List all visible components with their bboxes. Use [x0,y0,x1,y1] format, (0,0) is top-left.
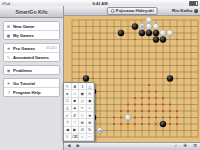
sidebar-item-label: Pro Games [13,46,44,51]
black-stone-15-10 [167,75,173,81]
sidebar-item-my-games[interactable]: ▣My Games [4,30,59,39]
black-stone-8-3 [118,30,124,36]
game-title-button[interactable]: Fujisawa Hideyuki [107,7,158,15]
markup-tool-3[interactable]: △ [87,83,95,90]
problems-icon: ◉ [6,68,11,73]
markup-tool-18[interactable]: ☆ [79,112,87,119]
markup-tool-16[interactable]: ✓ [64,112,72,119]
go-tutorial-icon: ✦ [6,81,11,86]
markup-tool-21[interactable]: ! [72,119,80,126]
markup-tool-4[interactable]: ● [64,90,72,97]
black-stone-12-3 [146,30,152,36]
markup-tool-14[interactable]: × [79,105,87,112]
black-player: Rin Kaiho [172,8,198,13]
my-games-icon: ▣ [6,33,11,38]
sidebar-group: ◉Problems [3,65,60,75]
black-stone-10-2 [132,23,138,29]
black-stone-14-4 [160,36,166,42]
markup-tool-17[interactable]: ✗ [72,112,80,119]
sidebar-group: ★Pro Games43,421✎Annotated Games [3,43,60,62]
markup-tool-22[interactable]: ⊕ [79,119,87,126]
markup-tool-13[interactable]: ▲ [72,105,80,112]
sidebar-item-annotated-games[interactable]: ✎Annotated Games [4,52,59,61]
markup-tool-8[interactable]: □ [64,98,72,105]
white-stone-12-2 [146,23,152,29]
white-stone-12-1 [146,17,152,23]
sidebar-title: SmartGo Kifu [0,6,63,18]
sidebar-item-label: Problems [13,68,57,73]
white-stone-14-3 [160,30,166,36]
black-stone-icon [194,9,198,13]
sidebar-item-label: Annotated Games [13,55,57,60]
board-tools-button[interactable]: ⊞ [193,144,197,149]
move-nav-group: ◀▶ [67,144,80,149]
white-stone-15-3 [167,30,173,36]
next-move-button[interactable]: ▶ [77,144,81,149]
markup-tool-10[interactable]: ◇ [79,98,87,105]
markup-tool-6[interactable]: ◉ [79,90,87,97]
markup-tool-26[interactable]: ↺ [79,127,87,134]
markup-tool-1[interactable]: A [72,83,80,90]
markup-tool-27[interactable]: ↻ [87,127,95,134]
sidebar-item-detail: 43,421 [46,46,57,50]
markup-tool-28[interactable]: ≡ [64,134,72,141]
black-stone-14-17 [160,121,166,127]
white-stone-icon [110,9,114,13]
black-player-name: Rin Kaiho [172,8,193,13]
sidebar-group: ✦Go Tutorial?Program Help [3,78,60,97]
white-stone-9-16 [125,114,131,120]
sidebar-item-pro-games[interactable]: ★Pro Games43,421 [4,44,59,52]
black-stone-13-4 [153,36,159,42]
white-stone-13-2 [153,23,159,29]
black-stone-11-3 [139,30,145,36]
sidebar-item-program-help[interactable]: ?Program Help [4,87,59,96]
markup-tool-5[interactable]: ○ [72,90,80,97]
markup-tool-11[interactable]: ◆ [87,98,95,105]
markup-tool-31[interactable]: ⋯ [87,134,95,141]
sidebar-item-problems[interactable]: ◉Problems [4,66,59,74]
white-player-name: Fujisawa Hideyuki [116,8,154,13]
markup-tool-9[interactable]: ■ [72,98,80,105]
markup-tool-29[interactable]: ⌫ [72,134,80,141]
sidebar-item-label: Program Help [13,90,57,95]
markup-tool-19[interactable]: ★ [87,112,95,119]
markup-tool-15[interactable]: + [87,105,95,112]
markup-palette-popup: ✎A1△●○◉⊙□■◇◆△▲×+✓✗☆★?!⊕⊗◀▶↺↻≡⌫⌕⋯ [63,82,95,142]
prev-move-button[interactable]: ◀ [67,144,71,149]
annotated-games-icon: ✎ [6,55,11,60]
sidebar-item-go-tutorial[interactable]: ✦Go Tutorial [4,79,59,87]
markup-tool-24[interactable]: ◀ [64,127,72,134]
add-button[interactable]: ✚ [183,144,187,149]
move-number-label: 28 [98,129,102,133]
sidebar-item-label: New Game [13,24,57,29]
sidebar: SmartGo Kifu ⊞New Game▣My Games★Pro Game… [0,6,64,150]
markup-tool-30[interactable]: ⌕ [79,134,87,141]
markup-tool-23[interactable]: ⊗ [87,119,95,126]
markup-tool-20[interactable]: ? [64,119,72,126]
tools-group: ⌕✚⊞ [175,144,197,149]
sidebar-item-label: My Games [13,33,57,38]
bottom-toolbar: ◀▶ ⌕✚⊞ [64,142,200,150]
black-stone-13-3 [153,30,159,36]
sidebar-menu: ⊞New Game▣My Games★Pro Games43,421✎Annot… [0,21,63,97]
markup-tool-0[interactable]: ✎ [64,83,72,90]
markup-tool-2[interactable]: 1 [79,83,87,90]
markup-tool-7[interactable]: ⊙ [87,90,95,97]
program-help-icon: ? [6,90,11,95]
clock-label: 9:41 AM [0,1,200,6]
smartgo-kifu-app: iPad 9:41 AM SmartGo Kifu ⊞New Game▣My G… [0,0,200,150]
sidebar-item-label: Go Tutorial [13,81,57,86]
game-header: Fujisawa Hideyuki Rin Kaiho [64,6,200,16]
new-game-icon: ⊞ [6,24,11,29]
markup-tool-12[interactable]: △ [64,105,72,112]
search-button[interactable]: ⌕ [175,144,178,149]
black-stone-3-10 [83,75,89,81]
sidebar-item-new-game[interactable]: ⊞New Game [4,22,59,30]
pro-games-icon: ★ [6,46,11,51]
markup-tool-25[interactable]: ▶ [72,127,80,134]
sidebar-group: ⊞New Game▣My Games [3,21,60,40]
